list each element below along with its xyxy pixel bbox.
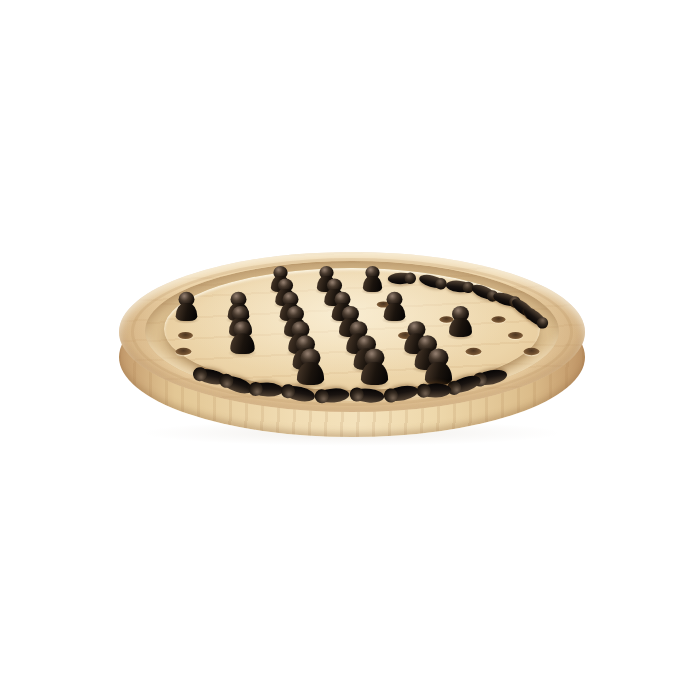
peg-body	[383, 303, 405, 321]
peg[interactable]	[360, 348, 387, 385]
peg-body	[175, 303, 197, 321]
peg[interactable]	[362, 266, 381, 292]
empty-hole[interactable]	[178, 332, 193, 339]
peg-body	[362, 276, 381, 292]
peg-body	[296, 363, 323, 385]
peg-body	[424, 363, 451, 385]
peg[interactable]	[424, 348, 451, 385]
peg-body	[230, 334, 254, 354]
peg[interactable]	[296, 348, 323, 385]
empty-hole[interactable]	[508, 332, 523, 339]
captured-tray-peg	[388, 272, 416, 284]
peg-body	[360, 363, 387, 385]
peg[interactable]	[449, 306, 472, 337]
peg[interactable]	[383, 292, 405, 321]
empty-hole[interactable]	[491, 316, 505, 323]
peg[interactable]	[230, 321, 254, 354]
peg-body	[449, 318, 472, 337]
product-photo-canvas	[0, 0, 700, 700]
peg[interactable]	[175, 292, 197, 321]
